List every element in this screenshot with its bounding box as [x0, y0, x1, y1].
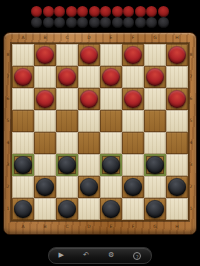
square-h1[interactable]: [166, 198, 188, 220]
red-tray-piece: [54, 6, 65, 17]
black-piece[interactable]: [124, 178, 142, 196]
square-c7[interactable]: [56, 66, 78, 88]
file-label-h: H: [166, 225, 188, 230]
red-tray-piece: [135, 6, 146, 17]
square-e3[interactable]: [100, 154, 122, 176]
square-e8[interactable]: [100, 44, 122, 66]
black-tray-piece: [123, 17, 134, 28]
square-g4[interactable]: [144, 132, 166, 154]
red-tray-row: [0, 6, 200, 17]
square-f4[interactable]: [122, 132, 144, 154]
black-tray-piece: [146, 17, 157, 28]
red-piece[interactable]: [14, 68, 32, 86]
square-a6[interactable]: [12, 88, 34, 110]
rank-label-3: 3: [5, 154, 11, 176]
help-button[interactable]: ?: [133, 252, 141, 260]
square-c4[interactable]: [56, 132, 78, 154]
black-tray-piece: [89, 17, 100, 28]
file-label-c: C: [56, 225, 78, 230]
settings-button[interactable]: ⚙: [108, 252, 114, 259]
square-d6[interactable]: [78, 88, 100, 110]
black-piece[interactable]: [146, 200, 164, 218]
black-piece[interactable]: [102, 156, 120, 174]
square-a1[interactable]: [12, 198, 34, 220]
square-b3[interactable]: [34, 154, 56, 176]
file-label-f: F: [122, 36, 144, 41]
file-label-a: A: [12, 225, 34, 230]
square-e4[interactable]: [100, 132, 122, 154]
square-a7[interactable]: [12, 66, 34, 88]
square-c2[interactable]: [56, 176, 78, 198]
black-piece[interactable]: [80, 178, 98, 196]
file-label-g: G: [144, 36, 166, 41]
square-b2[interactable]: [34, 176, 56, 198]
square-c1[interactable]: [56, 198, 78, 220]
rank-label-4: 4: [188, 132, 194, 154]
red-piece[interactable]: [102, 68, 120, 86]
file-labels-bottom: ABCDEFGH: [12, 225, 188, 230]
file-label-e: E: [100, 36, 122, 41]
rank-label-5: 5: [188, 110, 194, 132]
red-piece[interactable]: [124, 46, 142, 64]
file-label-d: D: [78, 225, 100, 230]
square-e6[interactable]: [100, 88, 122, 110]
red-tray-piece: [77, 6, 88, 17]
red-tray-piece: [146, 6, 157, 17]
square-c5[interactable]: [56, 110, 78, 132]
black-tray-piece: [66, 17, 77, 28]
file-label-d: D: [78, 36, 100, 41]
file-label-b: B: [34, 225, 56, 230]
rank-label-2: 2: [5, 176, 11, 198]
square-e7[interactable]: [100, 66, 122, 88]
square-d4[interactable]: [78, 132, 100, 154]
square-g3[interactable]: [144, 154, 166, 176]
red-tray-piece: [43, 6, 54, 17]
undo-button[interactable]: ↶: [83, 252, 89, 259]
rank-label-1: 1: [5, 198, 11, 220]
rank-labels-right: 87654321: [188, 44, 194, 220]
square-h8[interactable]: [166, 44, 188, 66]
square-f2[interactable]: [122, 176, 144, 198]
rank-label-8: 8: [5, 44, 11, 66]
checkers-board: ABCDEFGH ABCDEFGH 87654321 87654321: [3, 32, 197, 235]
square-h7[interactable]: [166, 66, 188, 88]
square-c6[interactable]: [56, 88, 78, 110]
square-b4[interactable]: [34, 132, 56, 154]
red-piece[interactable]: [124, 90, 142, 108]
black-piece[interactable]: [102, 200, 120, 218]
black-tray-piece: [112, 17, 123, 28]
black-tray-piece: [100, 17, 111, 28]
red-tray-piece: [123, 6, 134, 17]
square-g6[interactable]: [144, 88, 166, 110]
square-a4[interactable]: [12, 132, 34, 154]
red-tray-piece: [100, 6, 111, 17]
file-labels-top: ABCDEFGH: [12, 36, 188, 41]
file-label-g: G: [144, 225, 166, 230]
square-b1[interactable]: [34, 198, 56, 220]
file-label-e: E: [100, 225, 122, 230]
red-tray-piece: [66, 6, 77, 17]
square-e2[interactable]: [100, 176, 122, 198]
square-e1[interactable]: [100, 198, 122, 220]
rank-label-8: 8: [188, 44, 194, 66]
rank-label-2: 2: [188, 176, 194, 198]
red-piece[interactable]: [36, 46, 54, 64]
square-f7[interactable]: [122, 66, 144, 88]
red-piece[interactable]: [58, 68, 76, 86]
file-label-c: C: [56, 36, 78, 41]
square-h6[interactable]: [166, 88, 188, 110]
rank-label-1: 1: [188, 198, 194, 220]
square-e5[interactable]: [100, 110, 122, 132]
square-g8[interactable]: [144, 44, 166, 66]
square-h4[interactable]: [166, 132, 188, 154]
red-tray-piece: [112, 6, 123, 17]
square-f6[interactable]: [122, 88, 144, 110]
square-g1[interactable]: [144, 198, 166, 220]
red-tray-piece: [31, 6, 42, 17]
red-piece[interactable]: [80, 90, 98, 108]
rank-label-4: 4: [5, 132, 11, 154]
square-c8[interactable]: [56, 44, 78, 66]
black-tray-piece: [43, 17, 54, 28]
black-tray-piece: [135, 17, 146, 28]
black-tray-piece: [77, 17, 88, 28]
square-b8[interactable]: [34, 44, 56, 66]
play-button[interactable]: ▶: [59, 252, 64, 259]
square-d2[interactable]: [78, 176, 100, 198]
play-icon: ▶: [59, 251, 64, 259]
square-g5[interactable]: [144, 110, 166, 132]
square-b6[interactable]: [34, 88, 56, 110]
control-bar: ▶↶⚙?: [48, 247, 152, 264]
rank-label-5: 5: [5, 110, 11, 132]
red-piece[interactable]: [168, 90, 186, 108]
square-a8[interactable]: [12, 44, 34, 66]
black-piece[interactable]: [14, 200, 32, 218]
red-piece[interactable]: [80, 46, 98, 64]
piece-trays: [0, 6, 200, 28]
red-piece[interactable]: [36, 90, 54, 108]
square-d3[interactable]: [78, 154, 100, 176]
square-g7[interactable]: [144, 66, 166, 88]
square-d5[interactable]: [78, 110, 100, 132]
red-piece[interactable]: [146, 68, 164, 86]
square-a5[interactable]: [12, 110, 34, 132]
file-label-b: B: [34, 36, 56, 41]
gear-icon: ⚙: [108, 251, 114, 259]
rank-label-6: 6: [188, 88, 194, 110]
square-f1[interactable]: [122, 198, 144, 220]
black-tray-piece: [54, 17, 65, 28]
black-piece[interactable]: [58, 156, 76, 174]
board-grid: [12, 44, 188, 220]
rank-label-7: 7: [5, 66, 11, 88]
square-a3[interactable]: [12, 154, 34, 176]
square-h2[interactable]: [166, 176, 188, 198]
square-b5[interactable]: [34, 110, 56, 132]
square-f5[interactable]: [122, 110, 144, 132]
square-d7[interactable]: [78, 66, 100, 88]
square-h5[interactable]: [166, 110, 188, 132]
black-piece[interactable]: [58, 200, 76, 218]
red-tray-piece: [158, 6, 169, 17]
square-a2[interactable]: [12, 176, 34, 198]
square-d8[interactable]: [78, 44, 100, 66]
red-tray-piece: [89, 6, 100, 17]
black-tray-piece: [31, 17, 42, 28]
question-icon: ?: [136, 254, 139, 260]
file-label-h: H: [166, 36, 188, 41]
undo-arrow-icon: ↶: [83, 251, 89, 259]
file-label-f: F: [122, 225, 144, 230]
square-g2[interactable]: [144, 176, 166, 198]
file-label-a: A: [12, 36, 34, 41]
rank-labels-left: 87654321: [5, 44, 11, 220]
rank-label-6: 6: [5, 88, 11, 110]
square-h3[interactable]: [166, 154, 188, 176]
red-piece[interactable]: [168, 46, 186, 64]
rank-label-3: 3: [188, 154, 194, 176]
black-piece[interactable]: [14, 156, 32, 174]
square-c3[interactable]: [56, 154, 78, 176]
square-f8[interactable]: [122, 44, 144, 66]
square-f3[interactable]: [122, 154, 144, 176]
black-tray-piece: [158, 17, 169, 28]
black-piece[interactable]: [168, 178, 186, 196]
black-tray-row: [0, 17, 200, 28]
black-piece[interactable]: [36, 178, 54, 196]
square-b7[interactable]: [34, 66, 56, 88]
black-piece[interactable]: [146, 156, 164, 174]
square-d1[interactable]: [78, 198, 100, 220]
rank-label-7: 7: [188, 66, 194, 88]
